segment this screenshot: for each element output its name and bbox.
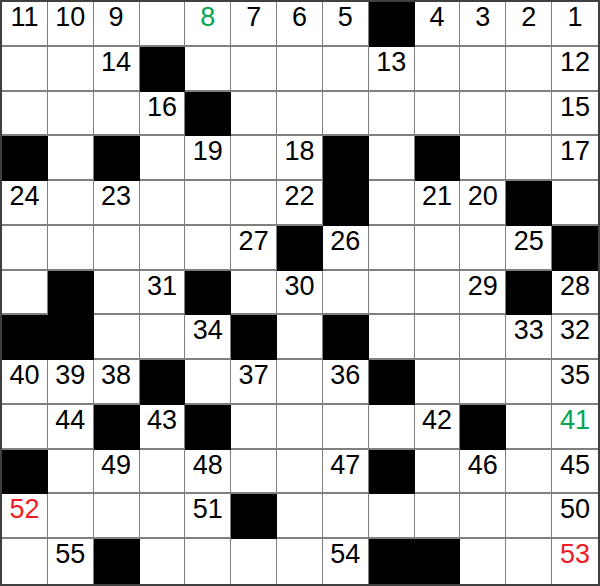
clue-number-52: 52 bbox=[2, 495, 47, 524]
cell-r2c10[interactable] bbox=[415, 47, 461, 92]
block-cell-r11c9 bbox=[369, 450, 415, 495]
cell-r12c1[interactable]: 52 bbox=[2, 494, 48, 539]
cell-r8c12[interactable]: 33 bbox=[506, 315, 552, 360]
clue-number-28: 28 bbox=[552, 272, 598, 301]
cell-r6c6[interactable]: 27 bbox=[231, 226, 277, 271]
cell-r5c13[interactable] bbox=[552, 181, 598, 226]
block-cell-r10c5 bbox=[185, 405, 231, 450]
clue-number-17: 17 bbox=[552, 137, 598, 166]
block-cell-r12c6 bbox=[231, 494, 277, 539]
cell-r2c6[interactable] bbox=[231, 47, 277, 92]
cell-r7c10[interactable] bbox=[415, 271, 461, 316]
cell-r3c4[interactable]: 16 bbox=[140, 92, 186, 137]
cell-r2c1[interactable] bbox=[2, 47, 48, 92]
clue-number-7: 7 bbox=[231, 3, 276, 32]
cell-r13c2[interactable]: 55 bbox=[48, 539, 94, 584]
clue-number-32: 32 bbox=[552, 316, 598, 345]
block-cell-r4c1 bbox=[2, 136, 48, 181]
cell-r8c9[interactable] bbox=[369, 315, 415, 360]
cell-r5c9[interactable] bbox=[369, 181, 415, 226]
cell-r4c12[interactable] bbox=[506, 136, 552, 181]
clue-number-36: 36 bbox=[323, 361, 368, 390]
cell-r6c9[interactable] bbox=[369, 226, 415, 271]
clue-number-38: 38 bbox=[94, 361, 139, 390]
cell-r12c9[interactable] bbox=[369, 494, 415, 539]
cell-r6c4[interactable] bbox=[140, 226, 186, 271]
block-cell-r8c6 bbox=[231, 315, 277, 360]
clue-number-49: 49 bbox=[94, 451, 139, 480]
cell-r2c11[interactable] bbox=[460, 47, 506, 92]
clue-number-33: 33 bbox=[506, 316, 551, 345]
cell-r3c3[interactable] bbox=[94, 92, 140, 137]
clue-number-11: 11 bbox=[2, 3, 47, 32]
block-cell-r11c1 bbox=[2, 450, 48, 495]
cell-r11c7[interactable] bbox=[277, 450, 323, 495]
cell-r4c11[interactable] bbox=[460, 136, 506, 181]
cell-r4c9[interactable] bbox=[369, 136, 415, 181]
cell-r9c13[interactable]: 35 bbox=[552, 360, 598, 405]
block-cell-r13c10 bbox=[415, 539, 461, 584]
clue-number-53: 53 bbox=[552, 540, 598, 569]
cell-r8c4[interactable] bbox=[140, 315, 186, 360]
cell-r9c7[interactable] bbox=[277, 360, 323, 405]
block-cell-r13c3 bbox=[94, 539, 140, 584]
clue-number-16: 16 bbox=[140, 93, 185, 122]
cell-r7c4[interactable]: 31 bbox=[140, 271, 186, 316]
cell-r10c6[interactable] bbox=[231, 405, 277, 450]
clue-number-24: 24 bbox=[2, 182, 47, 211]
clue-number-25: 25 bbox=[506, 227, 551, 256]
cell-r12c2[interactable] bbox=[48, 494, 94, 539]
cell-r8c5[interactable]: 34 bbox=[185, 315, 231, 360]
cell-r8c10[interactable] bbox=[415, 315, 461, 360]
cell-r7c11[interactable]: 29 bbox=[460, 271, 506, 316]
cell-r13c8[interactable]: 54 bbox=[323, 539, 369, 584]
cell-r5c2[interactable] bbox=[48, 181, 94, 226]
cell-r4c7[interactable]: 18 bbox=[277, 136, 323, 181]
clue-number-21: 21 bbox=[415, 182, 460, 211]
cell-r13c11[interactable] bbox=[460, 539, 506, 584]
cell-r3c10[interactable] bbox=[415, 92, 461, 137]
block-cell-r2c4 bbox=[140, 47, 186, 92]
clue-number-26: 26 bbox=[323, 227, 368, 256]
cell-r7c8[interactable] bbox=[323, 271, 369, 316]
cell-r1c5[interactable]: 8 bbox=[185, 2, 231, 47]
clue-number-30: 30 bbox=[277, 272, 322, 301]
cell-r7c6[interactable] bbox=[231, 271, 277, 316]
block-cell-r8c2 bbox=[48, 315, 94, 360]
clue-number-5: 5 bbox=[323, 3, 368, 32]
cell-r1c7[interactable]: 6 bbox=[277, 2, 323, 47]
cell-r5c4[interactable] bbox=[140, 181, 186, 226]
clue-number-39: 39 bbox=[48, 361, 93, 390]
cell-r1c11[interactable]: 3 bbox=[460, 2, 506, 47]
cell-r4c2[interactable] bbox=[48, 136, 94, 181]
clue-number-42: 42 bbox=[415, 406, 460, 435]
cell-r13c12[interactable] bbox=[506, 539, 552, 584]
clue-number-54: 54 bbox=[323, 540, 368, 569]
cell-r6c12[interactable]: 25 bbox=[506, 226, 552, 271]
block-cell-r8c1 bbox=[2, 315, 48, 360]
block-cell-r5c12 bbox=[506, 181, 552, 226]
cell-r4c13[interactable]: 17 bbox=[552, 136, 598, 181]
clue-number-12: 12 bbox=[552, 48, 598, 77]
clue-number-41: 41 bbox=[552, 406, 598, 435]
cell-r5c6[interactable] bbox=[231, 181, 277, 226]
clue-number-8: 8 bbox=[185, 3, 230, 32]
cell-r8c3[interactable] bbox=[94, 315, 140, 360]
clue-number-44: 44 bbox=[48, 406, 93, 435]
cell-r11c13[interactable]: 45 bbox=[552, 450, 598, 495]
cell-r10c2[interactable]: 44 bbox=[48, 405, 94, 450]
crossword-board: 1110987654321141312161519181724232221202… bbox=[0, 0, 600, 586]
clue-number-22: 22 bbox=[277, 182, 322, 211]
cell-r12c4[interactable] bbox=[140, 494, 186, 539]
cell-r10c10[interactable]: 42 bbox=[415, 405, 461, 450]
clue-number-2: 2 bbox=[506, 3, 551, 32]
cell-r11c12[interactable] bbox=[506, 450, 552, 495]
block-cell-r5c8 bbox=[323, 181, 369, 226]
cell-r11c11[interactable]: 46 bbox=[460, 450, 506, 495]
cell-r1c10[interactable]: 4 bbox=[415, 2, 461, 47]
cell-r3c9[interactable] bbox=[369, 92, 415, 137]
cell-r1c1[interactable]: 11 bbox=[2, 2, 48, 47]
cell-r7c3[interactable] bbox=[94, 271, 140, 316]
cell-r1c12[interactable]: 2 bbox=[506, 2, 552, 47]
clue-number-47: 47 bbox=[323, 451, 368, 480]
block-cell-r7c5 bbox=[185, 271, 231, 316]
cell-r6c3[interactable] bbox=[94, 226, 140, 271]
cell-r11c10[interactable] bbox=[415, 450, 461, 495]
cell-r2c13[interactable]: 12 bbox=[552, 47, 598, 92]
cell-r2c8[interactable] bbox=[323, 47, 369, 92]
block-cell-r4c8 bbox=[323, 136, 369, 181]
cell-r2c5[interactable] bbox=[185, 47, 231, 92]
clue-number-55: 55 bbox=[48, 540, 93, 569]
clue-number-10: 10 bbox=[48, 3, 93, 32]
clue-number-1: 1 bbox=[552, 3, 598, 32]
clue-number-13: 13 bbox=[369, 48, 414, 77]
cell-r9c12[interactable] bbox=[506, 360, 552, 405]
cell-r13c6[interactable] bbox=[231, 539, 277, 584]
cell-r5c11[interactable]: 20 bbox=[460, 181, 506, 226]
cell-r9c10[interactable] bbox=[415, 360, 461, 405]
block-cell-r7c2 bbox=[48, 271, 94, 316]
cell-r11c6[interactable] bbox=[231, 450, 277, 495]
cell-r2c9[interactable]: 13 bbox=[369, 47, 415, 92]
cell-r1c2[interactable]: 10 bbox=[48, 2, 94, 47]
block-cell-r4c10 bbox=[415, 136, 461, 181]
cell-r6c2[interactable] bbox=[48, 226, 94, 271]
cell-r9c3[interactable]: 38 bbox=[94, 360, 140, 405]
clue-number-48: 48 bbox=[185, 451, 230, 480]
clue-number-31: 31 bbox=[140, 272, 185, 301]
cell-r12c11[interactable] bbox=[460, 494, 506, 539]
cell-r8c11[interactable] bbox=[460, 315, 506, 360]
cell-r5c7[interactable]: 22 bbox=[277, 181, 323, 226]
cell-r10c7[interactable] bbox=[277, 405, 323, 450]
cell-r5c5[interactable] bbox=[185, 181, 231, 226]
clue-number-18: 18 bbox=[277, 137, 322, 166]
cell-r4c5[interactable]: 19 bbox=[185, 136, 231, 181]
cell-r3c7[interactable] bbox=[277, 92, 323, 137]
cell-r10c12[interactable] bbox=[506, 405, 552, 450]
cell-r12c5[interactable]: 51 bbox=[185, 494, 231, 539]
clue-number-50: 50 bbox=[552, 495, 598, 524]
cell-r5c1[interactable]: 24 bbox=[2, 181, 48, 226]
cell-r11c5[interactable]: 48 bbox=[185, 450, 231, 495]
block-cell-r3c5 bbox=[185, 92, 231, 137]
cell-r2c12[interactable] bbox=[506, 47, 552, 92]
block-cell-r4c3 bbox=[94, 136, 140, 181]
clue-number-35: 35 bbox=[552, 361, 598, 390]
cell-r7c13[interactable]: 28 bbox=[552, 271, 598, 316]
cell-r1c8[interactable]: 5 bbox=[323, 2, 369, 47]
cell-r2c3[interactable]: 14 bbox=[94, 47, 140, 92]
block-cell-r10c3 bbox=[94, 405, 140, 450]
cell-r7c7[interactable]: 30 bbox=[277, 271, 323, 316]
cell-r10c4[interactable]: 43 bbox=[140, 405, 186, 450]
clue-number-51: 51 bbox=[185, 495, 230, 524]
cell-r11c2[interactable] bbox=[48, 450, 94, 495]
cell-r10c13[interactable]: 41 bbox=[552, 405, 598, 450]
cell-r7c9[interactable] bbox=[369, 271, 415, 316]
cell-r6c1[interactable] bbox=[2, 226, 48, 271]
cell-r6c8[interactable]: 26 bbox=[323, 226, 369, 271]
cell-r13c13[interactable]: 53 bbox=[552, 539, 598, 584]
clue-number-6: 6 bbox=[277, 3, 322, 32]
block-cell-r6c7 bbox=[277, 226, 323, 271]
clue-number-40: 40 bbox=[2, 361, 47, 390]
clue-number-37: 37 bbox=[231, 361, 276, 390]
block-cell-r9c4 bbox=[140, 360, 186, 405]
clue-number-46: 46 bbox=[460, 451, 505, 480]
block-cell-r13c9 bbox=[369, 539, 415, 584]
cell-r13c1[interactable] bbox=[2, 539, 48, 584]
block-cell-r8c8 bbox=[323, 315, 369, 360]
clue-number-14: 14 bbox=[94, 48, 139, 77]
cell-r12c13[interactable]: 50 bbox=[552, 494, 598, 539]
cell-r12c7[interactable] bbox=[277, 494, 323, 539]
cell-r5c3[interactable]: 23 bbox=[94, 181, 140, 226]
cell-r6c5[interactable] bbox=[185, 226, 231, 271]
cell-r1c4[interactable] bbox=[140, 2, 186, 47]
cell-r2c2[interactable] bbox=[48, 47, 94, 92]
cell-r5c10[interactable]: 21 bbox=[415, 181, 461, 226]
clue-number-20: 20 bbox=[460, 182, 505, 211]
cell-r3c12[interactable] bbox=[506, 92, 552, 137]
cell-r3c2[interactable] bbox=[48, 92, 94, 137]
clue-number-45: 45 bbox=[552, 451, 598, 480]
cell-r9c2[interactable]: 39 bbox=[48, 360, 94, 405]
cell-r4c6[interactable] bbox=[231, 136, 277, 181]
cell-r10c8[interactable] bbox=[323, 405, 369, 450]
cell-r2c7[interactable] bbox=[277, 47, 323, 92]
cell-r1c6[interactable]: 7 bbox=[231, 2, 277, 47]
clue-number-27: 27 bbox=[231, 227, 276, 256]
cell-r11c8[interactable]: 47 bbox=[323, 450, 369, 495]
cell-r1c13[interactable]: 1 bbox=[552, 2, 598, 47]
cell-r12c8[interactable] bbox=[323, 494, 369, 539]
clue-number-43: 43 bbox=[140, 406, 185, 435]
cell-r13c4[interactable] bbox=[140, 539, 186, 584]
clue-number-19: 19 bbox=[185, 137, 230, 166]
cell-r10c9[interactable] bbox=[369, 405, 415, 450]
cell-r8c13[interactable]: 32 bbox=[552, 315, 598, 360]
cell-r13c7[interactable] bbox=[277, 539, 323, 584]
cell-r6c10[interactable] bbox=[415, 226, 461, 271]
cell-r9c6[interactable]: 37 bbox=[231, 360, 277, 405]
cell-r12c10[interactable] bbox=[415, 494, 461, 539]
cell-r6c11[interactable] bbox=[460, 226, 506, 271]
cell-r9c11[interactable] bbox=[460, 360, 506, 405]
cell-r7c1[interactable] bbox=[2, 271, 48, 316]
block-cell-r1c9 bbox=[369, 2, 415, 47]
cell-r4c4[interactable] bbox=[140, 136, 186, 181]
block-cell-r6c13 bbox=[552, 226, 598, 271]
cell-r1c3[interactable]: 9 bbox=[94, 2, 140, 47]
clue-number-29: 29 bbox=[460, 272, 505, 301]
cell-r11c3[interactable]: 49 bbox=[94, 450, 140, 495]
clue-number-23: 23 bbox=[94, 182, 139, 211]
clue-number-34: 34 bbox=[185, 316, 230, 345]
cell-r9c5[interactable] bbox=[185, 360, 231, 405]
block-cell-r9c9 bbox=[369, 360, 415, 405]
cell-r9c1[interactable]: 40 bbox=[2, 360, 48, 405]
clue-number-15: 15 bbox=[552, 93, 598, 122]
cell-r8c7[interactable] bbox=[277, 315, 323, 360]
cell-r3c13[interactable]: 15 bbox=[552, 92, 598, 137]
cell-r9c8[interactable]: 36 bbox=[323, 360, 369, 405]
cell-r3c8[interactable] bbox=[323, 92, 369, 137]
cell-r10c1[interactable] bbox=[2, 405, 48, 450]
cell-r13c5[interactable] bbox=[185, 539, 231, 584]
block-cell-r7c12 bbox=[506, 271, 552, 316]
clue-number-9: 9 bbox=[94, 3, 139, 32]
cell-r3c6[interactable] bbox=[231, 92, 277, 137]
clue-number-4: 4 bbox=[415, 3, 460, 32]
cell-r3c1[interactable] bbox=[2, 92, 48, 137]
clue-number-3: 3 bbox=[460, 3, 505, 32]
cell-r12c3[interactable] bbox=[94, 494, 140, 539]
cell-r11c4[interactable] bbox=[140, 450, 186, 495]
cell-r3c11[interactable] bbox=[460, 92, 506, 137]
block-cell-r10c11 bbox=[460, 405, 506, 450]
cell-r12c12[interactable] bbox=[506, 494, 552, 539]
